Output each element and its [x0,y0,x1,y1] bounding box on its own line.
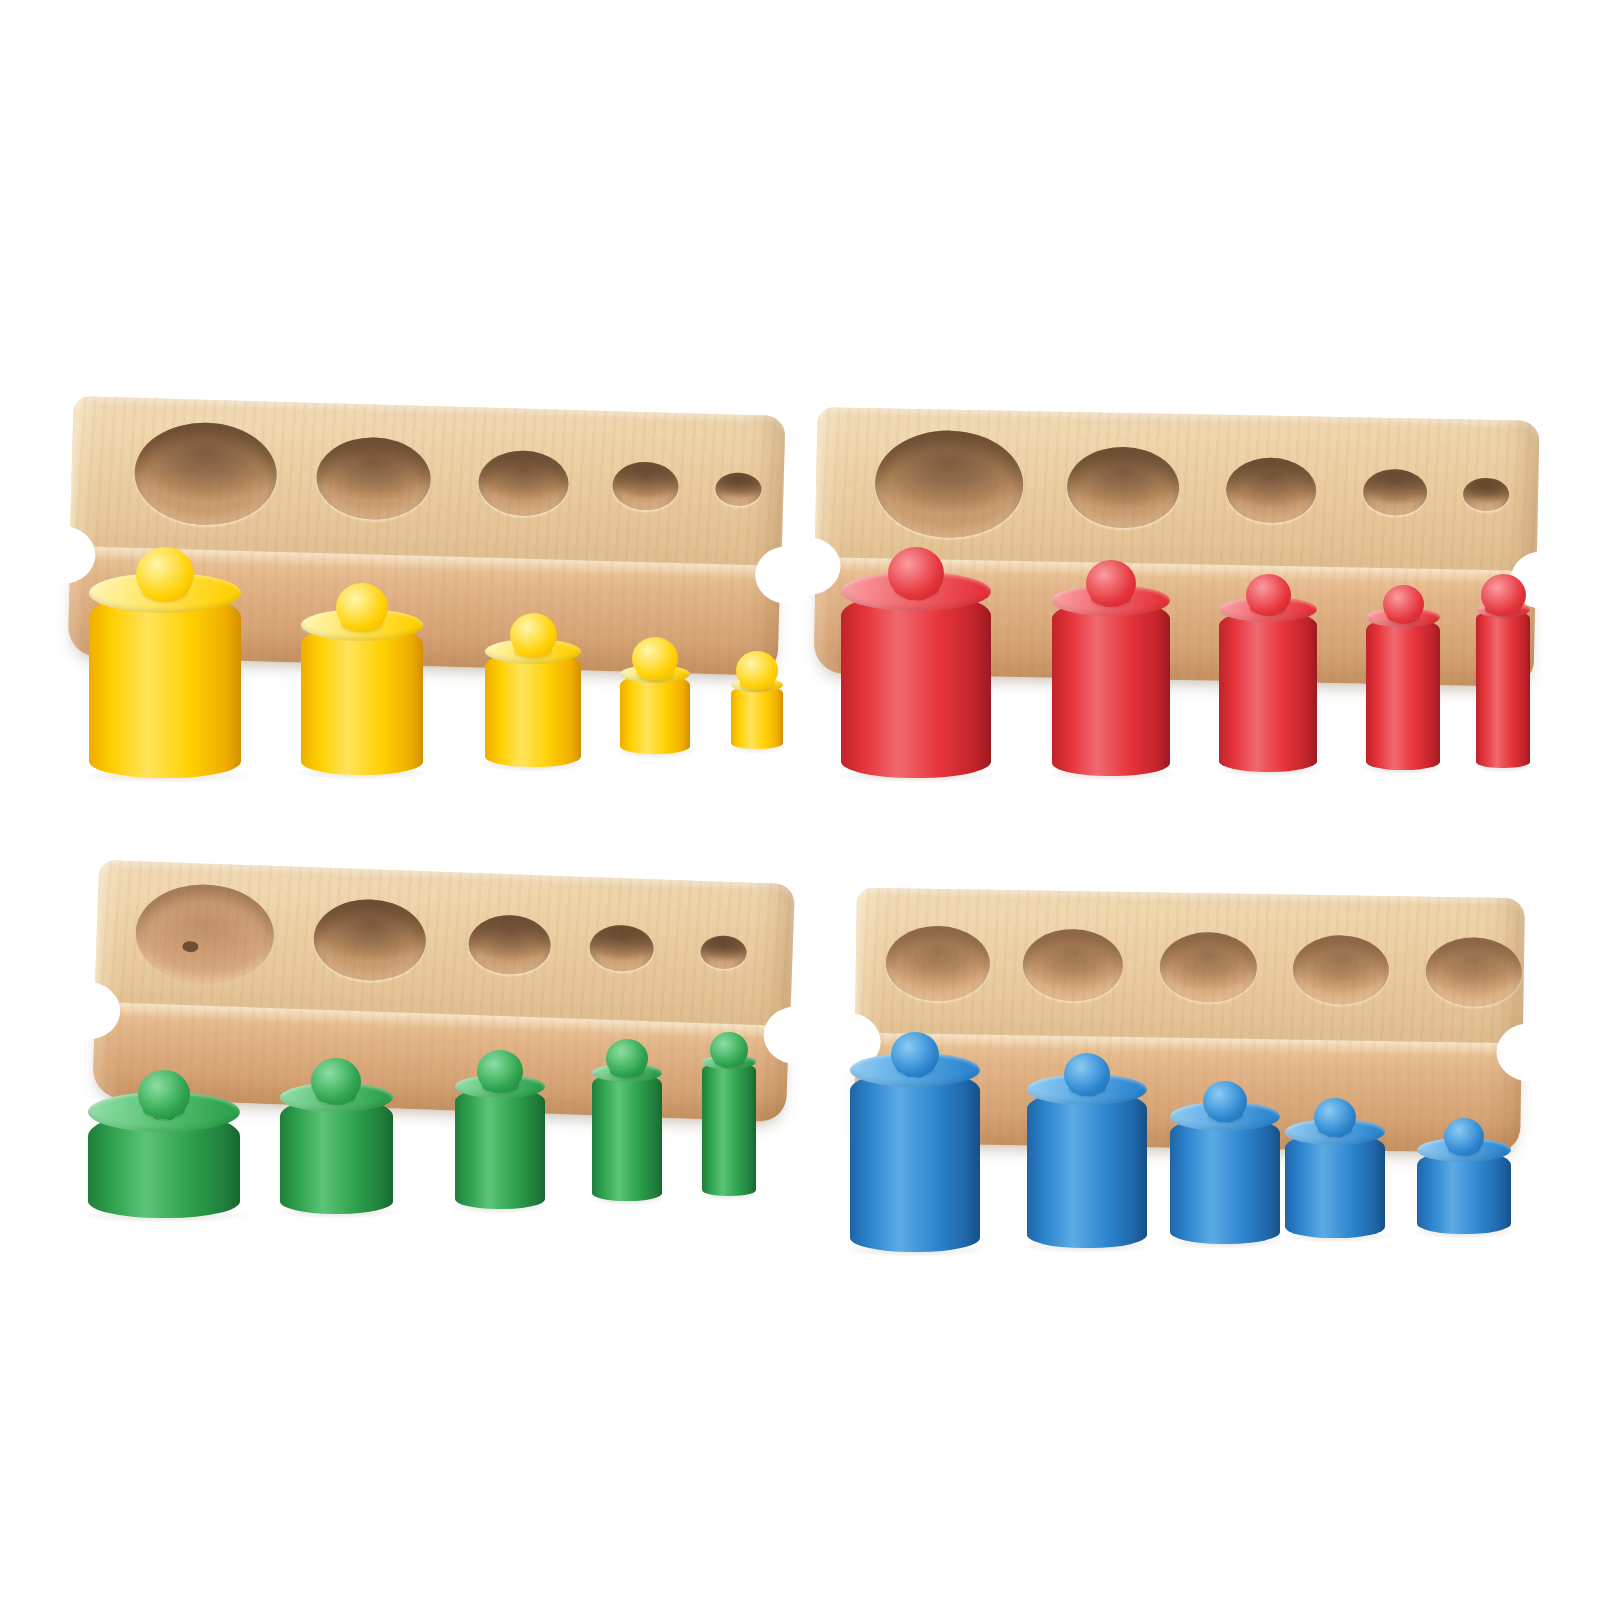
cylinder-body [731,685,783,749]
cylinder-body [280,1098,393,1214]
cylinder-body [1027,1090,1147,1248]
yellow-block-socket-hole-1 [133,421,278,527]
red-cylinder-3 [1219,574,1317,772]
green-block-socket-hole-4 [589,924,655,972]
red-block-socket-hole-2 [1066,445,1180,528]
blue-block-socket-hole-2 [1022,928,1123,1002]
green-cylinder-2 [280,1058,393,1214]
cylinder-body [1219,610,1317,772]
blue-cylinder-1 [850,1032,980,1252]
blue-cylinder-2 [1027,1053,1147,1248]
knob-sphere [336,583,388,632]
knob-sphere [606,1039,648,1078]
cylinder-body [301,625,423,775]
yellow-cylinder-1 [89,547,241,778]
blue-block-socket-hole-4 [1292,934,1389,1004]
blue-block-socket-hole-5 [1425,936,1522,1006]
knob-sphere [136,547,194,602]
yellow-cylinder-5 [731,651,783,749]
red-block-socket-hole-4 [1363,469,1428,516]
knob-sphere [1203,1081,1247,1122]
cylinder-body [1052,600,1170,776]
knob-sphere [1444,1118,1484,1156]
green-block-top-face [94,860,795,1026]
red-block-socket-hole-3 [1226,456,1317,523]
yellow-cylinder-2 [301,583,423,775]
yellow-block-socket-hole-2 [315,436,431,521]
green-block-socket-hole-3 [468,913,552,975]
blue-cylinder-5 [1417,1118,1511,1234]
blue-block-socket-hole-3 [1159,932,1257,1004]
blue-block-socket-hole-1 [885,925,990,1002]
green-block-socket-hole-1 [134,882,275,986]
knob-sphere [1246,574,1291,616]
cylinder-body [592,1073,662,1201]
yellow-block-top-face [70,396,786,566]
cylinder-body [1285,1132,1385,1238]
cylinder-body [485,651,581,767]
green-cylinder-1 [88,1070,240,1218]
red-cylinder-1 [841,547,991,778]
knob-sphere [477,1050,523,1093]
cylinder-body [1170,1116,1280,1244]
cylinder-body [620,674,690,754]
red-block-socket-hole-1 [874,429,1024,539]
red-cylinder-5 [1476,574,1530,768]
green-block-socket-hole-2 [312,897,427,982]
knob-sphere [891,1032,939,1077]
yellow-block-socket-hole-4 [612,461,679,511]
red-block-socket-hole-5 [1463,477,1510,511]
yellow-block-socket-hole-5 [715,472,762,506]
knob-sphere [138,1070,190,1119]
cylinder-body [89,593,241,778]
knob-sphere [311,1058,361,1105]
knob-sphere [888,547,944,600]
knob-sphere [1086,560,1136,607]
cylinder-body [1476,610,1530,768]
blue-block-top-face [855,888,1525,1043]
red-cylinder-4 [1366,585,1440,770]
knob-sphere [510,613,557,657]
knob-sphere [1383,585,1424,624]
knob-sphere [1314,1098,1356,1137]
cylinder-body [1417,1150,1511,1234]
cylinder-body [850,1070,980,1252]
cylinder-body [702,1062,756,1196]
knob-sphere [1064,1053,1110,1096]
red-cylinder-2 [1052,560,1170,776]
cylinder-body [455,1087,545,1209]
photo-canvas [0,0,1600,1600]
knob-sphere [736,651,778,690]
cylinder-body [841,592,991,778]
knob-sphere [632,637,678,680]
drill-hole [182,941,198,953]
yellow-cylinder-4 [620,637,690,754]
green-cylinder-4 [592,1039,662,1201]
knob-sphere [1481,574,1526,616]
green-block-socket-hole-5 [700,934,747,969]
cylinder-body [1366,618,1440,770]
yellow-cylinder-3 [485,613,581,767]
green-cylinder-5 [702,1032,756,1196]
yellow-block-socket-hole-3 [478,449,570,516]
blue-cylinder-4 [1285,1098,1385,1238]
green-cylinder-3 [455,1050,545,1209]
blue-cylinder-3 [1170,1081,1280,1244]
knob-sphere [710,1032,748,1068]
